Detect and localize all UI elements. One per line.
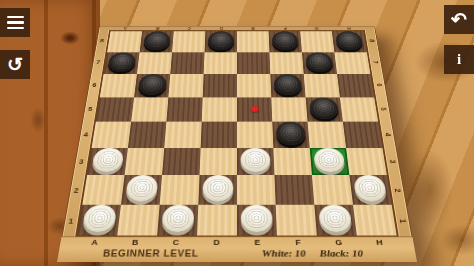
square-e1[interactable] [237, 204, 277, 235]
square-h2[interactable] [349, 175, 391, 204]
square-e8[interactable] [237, 31, 269, 52]
square-b1[interactable] [117, 204, 159, 235]
square-a8[interactable] [107, 31, 142, 52]
square-e2[interactable] [237, 175, 276, 204]
piece-rings [338, 34, 359, 48]
undo-icon: ↶ [451, 8, 467, 31]
white-piece-b2[interactable] [125, 175, 159, 201]
white-piece-a3[interactable] [91, 148, 125, 173]
hamburger-icon [7, 27, 24, 30]
info-icon: i [457, 51, 461, 68]
square-g5[interactable] [306, 97, 343, 121]
square-c4[interactable] [164, 122, 201, 148]
square-f7[interactable] [269, 52, 303, 74]
white-piece-h2[interactable] [353, 175, 388, 201]
square-e4[interactable] [237, 122, 273, 148]
restart-button[interactable]: ↺ [0, 50, 30, 79]
square-e5[interactable] [237, 97, 272, 121]
square-d1[interactable] [197, 204, 237, 235]
piece-rings [211, 34, 231, 48]
piece-rings [129, 178, 154, 197]
file-label-a: A [73, 237, 115, 247]
piece-rings [95, 151, 120, 169]
restart-icon: ↺ [7, 53, 23, 76]
square-b3[interactable] [125, 148, 165, 176]
piece-rings [111, 55, 133, 70]
black-piece-g7[interactable] [305, 52, 334, 72]
file-label-h: H [358, 237, 400, 247]
square-g1[interactable] [314, 204, 356, 235]
black-piece-b6[interactable] [137, 74, 167, 95]
black-piece-f6[interactable] [273, 74, 302, 95]
file-label-g: G [318, 237, 360, 247]
piece-rings [206, 178, 229, 197]
square-h5[interactable] [340, 97, 378, 121]
square-h7[interactable] [334, 52, 370, 74]
square-f8[interactable] [269, 31, 302, 52]
square-a1[interactable] [77, 204, 121, 235]
square-a7[interactable] [104, 52, 140, 74]
white-piece-c1[interactable] [161, 204, 195, 232]
white-piece-a1[interactable] [81, 204, 117, 232]
square-a6[interactable] [100, 74, 137, 97]
piece-rings [277, 77, 298, 92]
square-e6[interactable] [237, 74, 271, 97]
play-area [75, 30, 399, 237]
square-h8[interactable] [332, 31, 367, 52]
piece-counters: White: 10 Black: 10 [262, 248, 364, 259]
white-piece-e3[interactable] [240, 148, 271, 173]
square-a3[interactable] [87, 148, 128, 176]
square-d7[interactable] [204, 52, 237, 74]
white-piece-d2[interactable] [202, 175, 234, 201]
piece-rings [317, 151, 341, 169]
square-h4[interactable] [343, 122, 383, 148]
square-f6[interactable] [270, 74, 305, 97]
black-piece-d8[interactable] [208, 31, 235, 50]
square-d6[interactable] [203, 74, 237, 97]
level-label: BEGINNER LEVEL [102, 249, 198, 259]
file-label-c: C [155, 237, 196, 247]
black-count-label: Black: 10 [319, 248, 363, 259]
square-d4[interactable] [201, 122, 237, 148]
black-piece-f4[interactable] [275, 122, 306, 145]
piece-rings [275, 34, 295, 48]
square-h1[interactable] [353, 204, 397, 235]
black-piece-f8[interactable] [271, 31, 298, 50]
square-a4[interactable] [92, 122, 132, 148]
file-labels-bottom: ABCDEFGH [73, 237, 400, 247]
file-label-e: E [237, 237, 278, 247]
white-piece-g1[interactable] [318, 204, 353, 232]
square-b8[interactable] [140, 31, 174, 52]
square-d2[interactable] [198, 175, 237, 204]
square-c1[interactable] [157, 204, 198, 235]
square-f2[interactable] [274, 175, 314, 204]
black-piece-b8[interactable] [143, 31, 171, 50]
square-e3[interactable] [237, 148, 274, 176]
hamburger-icon [7, 21, 24, 24]
piece-rings [165, 208, 190, 229]
piece-rings [244, 151, 267, 169]
square-d8[interactable] [205, 31, 237, 52]
square-g6[interactable] [304, 74, 340, 97]
square-b7[interactable] [137, 52, 172, 74]
piece-rings [357, 178, 383, 197]
square-g4[interactable] [308, 122, 346, 148]
piece-rings [141, 77, 163, 92]
info-button[interactable]: i [444, 45, 474, 74]
square-b6[interactable] [134, 74, 170, 97]
file-label-d: D [196, 237, 237, 247]
file-label-b: B [114, 237, 156, 247]
black-piece-a7[interactable] [107, 52, 137, 72]
square-h6[interactable] [337, 74, 374, 97]
white-piece-e1[interactable] [240, 204, 273, 232]
square-b4[interactable] [128, 122, 166, 148]
black-piece-h8[interactable] [335, 31, 364, 50]
square-d5[interactable] [202, 97, 237, 121]
square-b5[interactable] [131, 97, 168, 121]
square-g3[interactable] [310, 148, 350, 176]
square-f1[interactable] [276, 204, 317, 235]
piece-rings [245, 208, 269, 229]
piece-rings [147, 34, 168, 48]
square-b2[interactable] [121, 175, 162, 204]
square-f5[interactable] [271, 97, 307, 121]
piece-rings [309, 55, 330, 70]
square-h3[interactable] [346, 148, 387, 176]
square-c2[interactable] [160, 175, 200, 204]
piece-rings [279, 125, 302, 142]
checkers-board: ABCDEFGH 87654321 87654321 ABCDEFGH BEGI… [57, 26, 417, 262]
hamburger-icon [7, 16, 24, 19]
file-label-f: F [277, 237, 318, 247]
undo-button[interactable]: ↶ [444, 5, 474, 34]
square-g8[interactable] [300, 31, 334, 52]
square-c6[interactable] [168, 74, 203, 97]
piece-rings [86, 208, 113, 229]
square-g2[interactable] [312, 175, 353, 204]
square-g7[interactable] [302, 52, 337, 74]
square-c8[interactable] [172, 31, 205, 52]
square-f3[interactable] [273, 148, 312, 176]
square-a5[interactable] [96, 97, 134, 121]
black-piece-g5[interactable] [309, 97, 340, 119]
square-e7[interactable] [237, 52, 270, 74]
square-f4[interactable] [272, 122, 309, 148]
menu-button[interactable] [0, 8, 30, 37]
white-count-label: White: 10 [262, 248, 306, 259]
board-frame-bottom: ABCDEFGH BEGINNER LEVEL White: 10 Black:… [57, 236, 417, 262]
square-a2[interactable] [82, 175, 124, 204]
white-piece-g3[interactable] [313, 148, 346, 173]
square-d3[interactable] [200, 148, 237, 176]
piece-rings [322, 208, 348, 229]
square-c7[interactable] [170, 52, 204, 74]
move-marker-dot [251, 106, 259, 112]
square-c3[interactable] [162, 148, 201, 176]
piece-rings [313, 100, 336, 116]
square-c5[interactable] [166, 97, 202, 121]
